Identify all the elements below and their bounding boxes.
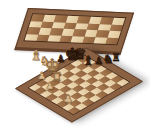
open-board-grid [28, 55, 131, 115]
piece-white-knight: ♞ [40, 55, 51, 67]
folded-board [14, 8, 134, 55]
folded-board-grid [23, 13, 126, 45]
board-square [105, 37, 119, 44]
open-board [15, 48, 143, 123]
chess-set-product-photo: ♝♞♚♟♜♟♟♟♚♛♝♟♞♜ [0, 0, 150, 135]
